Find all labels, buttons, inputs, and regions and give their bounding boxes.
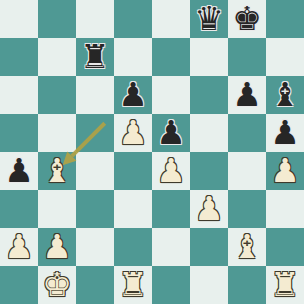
square-h2[interactable]	[266, 228, 304, 266]
square-d3[interactable]	[114, 190, 152, 228]
square-c5[interactable]	[76, 114, 114, 152]
square-d7[interactable]	[114, 38, 152, 76]
square-e8[interactable]	[152, 0, 190, 38]
square-g4[interactable]	[228, 152, 266, 190]
square-b8[interactable]	[38, 0, 76, 38]
square-f3[interactable]: ♟	[190, 190, 228, 228]
piece-black-pawn[interactable]: ♟	[232, 78, 262, 111]
square-g3[interactable]	[228, 190, 266, 228]
chess-board[interactable]: ♛♚♜♟♟♝♟♟♟♟♝♟♟♟♟♟♝♚♜♜	[0, 0, 304, 304]
square-c1[interactable]	[76, 266, 114, 304]
square-e7[interactable]	[152, 38, 190, 76]
square-d1[interactable]: ♜	[114, 266, 152, 304]
square-h6[interactable]: ♝	[266, 76, 304, 114]
square-f5[interactable]	[190, 114, 228, 152]
square-b7[interactable]	[38, 38, 76, 76]
piece-white-rook[interactable]: ♜	[118, 268, 148, 301]
square-a5[interactable]	[0, 114, 38, 152]
piece-white-pawn[interactable]: ♟	[42, 230, 72, 263]
piece-white-pawn[interactable]: ♟	[270, 154, 300, 187]
square-d2[interactable]	[114, 228, 152, 266]
piece-black-bishop[interactable]: ♝	[270, 78, 300, 111]
square-g1[interactable]	[228, 266, 266, 304]
square-c2[interactable]	[76, 228, 114, 266]
square-b6[interactable]	[38, 76, 76, 114]
chess-board-wrap: ♛♚♜♟♟♝♟♟♟♟♝♟♟♟♟♟♝♚♜♜	[0, 0, 304, 304]
square-e4[interactable]: ♟	[152, 152, 190, 190]
piece-white-bishop[interactable]: ♝	[42, 154, 72, 187]
square-c7[interactable]: ♜	[76, 38, 114, 76]
square-g7[interactable]	[228, 38, 266, 76]
piece-white-pawn[interactable]: ♟	[194, 192, 224, 225]
square-c6[interactable]	[76, 76, 114, 114]
square-b1[interactable]: ♚	[38, 266, 76, 304]
piece-white-pawn[interactable]: ♟	[118, 116, 148, 149]
piece-white-king[interactable]: ♚	[42, 268, 72, 301]
square-d8[interactable]	[114, 0, 152, 38]
square-e5[interactable]: ♟	[152, 114, 190, 152]
square-d5[interactable]: ♟	[114, 114, 152, 152]
square-f7[interactable]	[190, 38, 228, 76]
square-a4[interactable]: ♟	[0, 152, 38, 190]
square-g2[interactable]: ♝	[228, 228, 266, 266]
square-a7[interactable]	[0, 38, 38, 76]
square-h1[interactable]: ♜	[266, 266, 304, 304]
piece-white-pawn[interactable]: ♟	[156, 154, 186, 187]
square-e6[interactable]	[152, 76, 190, 114]
square-d4[interactable]	[114, 152, 152, 190]
square-a2[interactable]: ♟	[0, 228, 38, 266]
piece-black-pawn[interactable]: ♟	[270, 116, 300, 149]
square-f1[interactable]	[190, 266, 228, 304]
square-h3[interactable]	[266, 190, 304, 228]
square-b3[interactable]	[38, 190, 76, 228]
square-b2[interactable]: ♟	[38, 228, 76, 266]
square-g8[interactable]: ♚	[228, 0, 266, 38]
square-f2[interactable]	[190, 228, 228, 266]
square-f4[interactable]	[190, 152, 228, 190]
square-g6[interactable]: ♟	[228, 76, 266, 114]
piece-black-pawn[interactable]: ♟	[118, 78, 148, 111]
square-a6[interactable]	[0, 76, 38, 114]
square-b4[interactable]: ♝	[38, 152, 76, 190]
square-c3[interactable]	[76, 190, 114, 228]
square-g5[interactable]	[228, 114, 266, 152]
piece-black-pawn[interactable]: ♟	[156, 116, 186, 149]
square-a8[interactable]	[0, 0, 38, 38]
square-d6[interactable]: ♟	[114, 76, 152, 114]
square-c8[interactable]	[76, 0, 114, 38]
piece-black-queen[interactable]: ♛	[194, 2, 224, 35]
square-a3[interactable]	[0, 190, 38, 228]
piece-white-rook[interactable]: ♜	[270, 268, 300, 301]
square-h5[interactable]: ♟	[266, 114, 304, 152]
piece-black-rook[interactable]: ♜	[80, 40, 110, 73]
square-e2[interactable]	[152, 228, 190, 266]
piece-white-pawn[interactable]: ♟	[4, 230, 34, 263]
square-f8[interactable]: ♛	[190, 0, 228, 38]
piece-black-pawn[interactable]: ♟	[4, 154, 34, 187]
square-h8[interactable]	[266, 0, 304, 38]
square-e1[interactable]	[152, 266, 190, 304]
square-c4[interactable]	[76, 152, 114, 190]
square-e3[interactable]	[152, 190, 190, 228]
square-h4[interactable]: ♟	[266, 152, 304, 190]
square-b5[interactable]	[38, 114, 76, 152]
square-f6[interactable]	[190, 76, 228, 114]
piece-white-bishop[interactable]: ♝	[232, 230, 262, 263]
piece-black-king[interactable]: ♚	[232, 2, 262, 35]
square-h7[interactable]	[266, 38, 304, 76]
square-a1[interactable]	[0, 266, 38, 304]
